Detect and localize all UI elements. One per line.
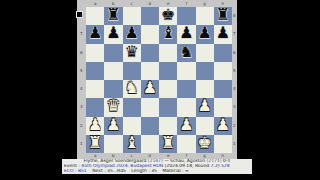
game-result: 0-1 [223,159,230,163]
square-b2: ♟ [104,117,122,135]
square-b5 [104,62,122,80]
black-king: ♚ [161,7,175,24]
square-a2: ♟ [86,117,104,135]
square-a6 [86,44,104,62]
black-pawn: ♟ [106,25,120,42]
white-pawn: ♟ [197,98,211,115]
coord-label: 2 [80,124,83,128]
black-pawn: ♟ [124,25,138,42]
coord-label: 8 [80,14,83,18]
square-a3 [86,98,104,116]
square-e5 [159,62,177,80]
file-labels-bottom: abcdefgh [86,154,232,158]
square-c1: ♝ [123,135,141,153]
square-h2: ♟ [214,117,232,135]
next-move: Next : 35...Rd5 [92,169,126,173]
square-a1: ♜ [86,135,104,153]
square-e2 [159,117,177,135]
square-h4 [214,80,232,98]
coord-label: g [196,154,214,158]
black-rook: ♜ [106,7,120,24]
event-name: 45th Olympiad 2024, Budapest HUN [81,164,163,168]
square-d2 [141,117,159,135]
black-pawn: ♟ [88,25,102,42]
white-knight: ♞ [124,80,138,97]
square-e6 [159,44,177,62]
coord-label: 4 [80,87,83,91]
white-bishop: ♝ [124,135,138,152]
chessboard-panel: abcdefgh abcdefgh 87654321 87654321 ♜♚♜♟… [77,0,237,159]
square-g8 [196,7,214,25]
black-pawn: ♟ [179,25,193,42]
square-d7 [141,25,159,43]
square-f8 [177,7,195,25]
coord-label: d [141,154,159,158]
black-player-name: Schau, Agoston [170,159,205,163]
coord-label: 3 [80,105,83,109]
black-bishop: ♝ [161,25,175,42]
coord-label: e [159,2,177,6]
square-b8: ♜ [104,7,122,25]
black-rook: ♜ [216,7,230,24]
square-d6 [141,44,159,62]
coord-label: 8 [233,14,236,18]
white-pawn: ♟ [216,117,230,134]
square-f2: ♟ [177,117,195,135]
white-player-elo: (2147) [148,159,163,163]
square-g7: ♟ [196,25,214,43]
square-g1: ♚ [196,135,214,153]
rank-labels-right: 87654321 [233,7,236,153]
square-a7: ♟ [86,25,104,43]
square-h5 [214,62,232,80]
square-b4 [104,80,122,98]
coord-label: 1 [233,142,236,146]
white-pawn: ♟ [179,117,193,134]
black-queen: ♛ [124,44,138,61]
eco-code: ECO : B51 [64,169,87,173]
coord-label: 2 [233,124,236,128]
white-pawn: ♟ [88,117,102,134]
square-f4 [177,80,195,98]
white-rook: ♜ [161,135,175,152]
coord-label: 1 [80,142,83,146]
white-player-name: Flythe, Asger Soendergaard [84,159,147,163]
square-c3 [123,98,141,116]
square-d5 [141,62,159,80]
square-g3: ♟ [196,98,214,116]
file-labels-top: abcdefgh [86,2,232,6]
rank-labels-left: 87654321 [80,7,83,153]
material-balance: Material : = [162,169,188,173]
square-h7: ♟ [214,25,232,43]
coord-label: g [196,2,214,6]
coord-label: c [123,2,141,6]
square-b1 [104,135,122,153]
white-rook: ♜ [88,135,102,152]
square-d1 [141,135,159,153]
white-king: ♚ [197,135,211,152]
square-h6 [214,44,232,62]
players-separator: — [164,159,169,163]
square-e8: ♚ [159,7,177,25]
coord-label: c [123,154,141,158]
square-c4: ♞ [123,80,141,98]
square-f1 [177,135,195,153]
black-pawn: ♟ [197,25,211,42]
stats-line: ECO : B51 Next : 35...Rd5 Length : 35 Ma… [62,169,252,174]
square-g2 [196,117,214,135]
coord-label: 5 [80,69,83,73]
square-a4 [86,80,104,98]
square-d3 [141,98,159,116]
event-detail: (2024.09.18, Round 7.2) [165,164,220,168]
coord-label: 6 [80,51,83,55]
square-b6 [104,44,122,62]
coord-label: 3 [233,105,236,109]
coord-label: 5 [233,69,236,73]
event-code: 528 [221,164,230,168]
white-pawn: ♟ [106,117,120,134]
square-a5 [86,62,104,80]
square-f3 [177,98,195,116]
coord-label: f [177,2,195,6]
coord-label: a [86,154,104,158]
square-c2 [123,117,141,135]
board-grid: ♜♚♜♟♟♟♝♟♟♟♛♞♞♟♛♟♟♟♟♟♜♝♜♚ [86,7,232,153]
coord-label: 7 [233,32,236,36]
coord-label: b [104,154,122,158]
square-c8 [123,7,141,25]
square-d4: ♟ [141,80,159,98]
square-f6: ♞ [177,44,195,62]
square-a8 [86,7,104,25]
square-e1: ♜ [159,135,177,153]
white-queen: ♛ [106,98,120,115]
coord-label: a [86,2,104,6]
square-f5 [177,62,195,80]
square-g5 [196,62,214,80]
square-c6: ♛ [123,44,141,62]
coord-label: d [141,2,159,6]
square-c5 [123,62,141,80]
square-g4 [196,80,214,98]
square-c7: ♟ [123,25,141,43]
coord-label: b [104,2,122,6]
white-pawn: ♟ [143,80,157,97]
square-f7: ♟ [177,25,195,43]
coord-label: h [214,154,232,158]
coord-label: h [214,2,232,6]
square-h3 [214,98,232,116]
game-length: Length : 35 [131,169,157,173]
square-e3 [159,98,177,116]
square-h8: ♜ [214,7,232,25]
black-pawn: ♟ [216,25,230,42]
video-frame: abcdefgh abcdefgh 87654321 87654321 ♜♚♜♟… [0,0,320,180]
event-label: Event : [64,164,80,168]
coord-label: f [177,154,195,158]
square-b3: ♛ [104,98,122,116]
square-b7: ♟ [104,25,122,43]
coord-label: 4 [233,87,236,91]
square-d8 [141,7,159,25]
square-e4 [159,80,177,98]
square-h1 [214,135,232,153]
coord-label: e [159,154,177,158]
coord-label: 7 [80,32,83,36]
black-player-elo: (2171) [207,159,222,163]
black-knight: ♞ [179,44,193,61]
game-info-caption: Flythe, Asger Soendergaard (2147) — Scha… [62,159,252,174]
square-g6 [196,44,214,62]
coord-label: 6 [233,51,236,55]
square-e7: ♝ [159,25,177,43]
